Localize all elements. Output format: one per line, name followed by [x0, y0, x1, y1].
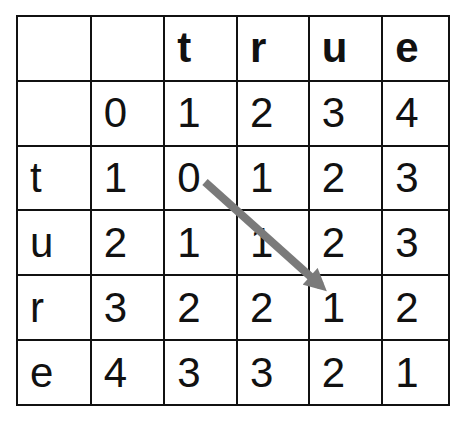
cell-r5c4: 2 [310, 341, 382, 404]
cell-r5c0: e [18, 341, 90, 404]
cell-r1c1: 0 [92, 82, 164, 145]
cell-r3c2: 1 [165, 211, 236, 274]
cell-r2c1: 1 [92, 147, 164, 210]
cell-r1c3: 2 [238, 82, 308, 145]
cell-r2c2: 0 [165, 147, 236, 210]
cell-r1c2: 1 [165, 82, 236, 145]
cell-r4c5: 2 [383, 276, 448, 339]
cell-r0c2: t [165, 17, 236, 80]
cell-r2c5: 3 [383, 147, 448, 210]
cell-r5c5: 1 [383, 341, 448, 404]
cell-r0c3: r [238, 17, 308, 80]
cell-r3c5: 3 [383, 211, 448, 274]
cell-r4c2: 2 [165, 276, 236, 339]
cell-r4c1: 3 [92, 276, 164, 339]
cell-r3c1: 2 [92, 211, 164, 274]
dp-grid: t r u e 0 1 2 3 4 t 1 0 1 2 3 u 2 1 1 2 … [16, 15, 450, 406]
cell-r2c3: 1 [238, 147, 308, 210]
cell-r5c3: 3 [238, 341, 308, 404]
cell-r4c4: 1 [310, 276, 382, 339]
cell-r1c0 [18, 82, 90, 145]
cell-r3c3: 1 [238, 211, 308, 274]
cell-r5c2: 3 [165, 341, 236, 404]
cell-r0c0 [18, 17, 90, 80]
cell-r0c1 [92, 17, 164, 80]
cell-r0c4: u [310, 17, 382, 80]
cell-r2c4: 2 [310, 147, 382, 210]
cell-r1c5: 4 [383, 82, 448, 145]
cell-r3c0: u [18, 211, 90, 274]
cell-r5c1: 4 [92, 341, 164, 404]
cell-r1c4: 3 [310, 82, 382, 145]
cell-r2c0: t [18, 147, 90, 210]
cell-r4c3: 2 [238, 276, 308, 339]
cell-r0c5: e [383, 17, 448, 80]
cell-r3c4: 2 [310, 211, 382, 274]
edit-distance-figure: t r u e 0 1 2 3 4 t 1 0 1 2 3 u 2 1 1 2 … [0, 0, 466, 426]
cell-r4c0: r [18, 276, 90, 339]
